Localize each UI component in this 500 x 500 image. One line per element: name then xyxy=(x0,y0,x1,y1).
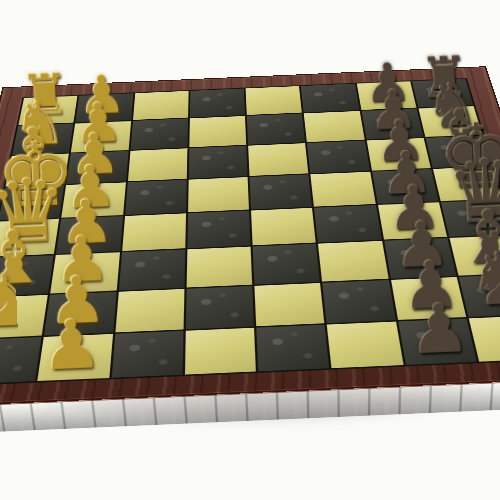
square-f3 xyxy=(127,148,187,181)
square-b4 xyxy=(186,286,254,330)
square-b5 xyxy=(254,283,324,326)
square-c5 xyxy=(253,244,320,284)
square-h6 xyxy=(301,84,359,113)
square-a3 xyxy=(111,331,183,378)
square-d3 xyxy=(122,213,186,251)
photo-stage: ♜♟♟♜♞♟♟♞♝♟♟♝♚♟♟♚♛♟♟♛♝♟♟♝♞♟♟♞♜♟♟♜ xyxy=(0,0,500,500)
piece-black-pawn: ♟ xyxy=(402,296,476,363)
square-a4 xyxy=(185,328,256,375)
square-e6 xyxy=(311,172,376,207)
square-f4 xyxy=(188,145,247,178)
square-f5 xyxy=(248,143,308,176)
square-e4 xyxy=(188,177,249,212)
square-c6 xyxy=(318,241,388,281)
square-d6 xyxy=(314,205,381,243)
square-h5 xyxy=(246,86,302,115)
square-h4 xyxy=(190,88,245,117)
square-d4 xyxy=(187,211,250,249)
square-b3 xyxy=(115,289,184,333)
square-a5 xyxy=(256,324,329,371)
piece-white-rook: ♜ xyxy=(0,311,36,382)
square-f6 xyxy=(307,140,369,173)
wooden-frame: ♜♟♟♜♞♟♟♞♝♟♟♝♚♟♟♚♛♟♟♛♝♟♟♝♞♟♟♞♜♟♟♜ xyxy=(0,66,500,407)
board-grid: ♜♟♟♜♞♟♟♞♝♟♟♝♚♟♟♚♛♟♟♛♝♟♟♝♞♟♟♞♜♟♟♜ xyxy=(0,78,500,386)
square-g4 xyxy=(189,116,246,147)
square-g6 xyxy=(304,111,364,142)
piece-white-pawn: ♟ xyxy=(35,312,109,379)
square-d5 xyxy=(251,208,316,246)
square-h3 xyxy=(133,91,189,120)
square-e3 xyxy=(125,180,187,215)
square-c3 xyxy=(118,250,185,291)
square-c4 xyxy=(186,247,252,287)
square-e5 xyxy=(250,174,313,209)
perspective-scene: ♜♟♟♜♞♟♟♞♝♟♟♝♚♟♟♚♛♟♟♛♝♟♟♝♞♟♟♞♜♟♟♜ xyxy=(0,0,500,500)
square-a7: ♟ xyxy=(398,318,477,365)
square-g3 xyxy=(130,119,188,150)
square-a6 xyxy=(327,321,403,368)
chess-board: ♜♟♟♜♞♟♟♞♝♟♟♝♚♟♟♚♛♟♟♛♝♟♟♝♞♟♟♞♜♟♟♜ xyxy=(0,66,500,407)
square-g5 xyxy=(247,114,305,145)
square-a2: ♟ xyxy=(38,334,113,381)
square-b6 xyxy=(322,280,395,323)
